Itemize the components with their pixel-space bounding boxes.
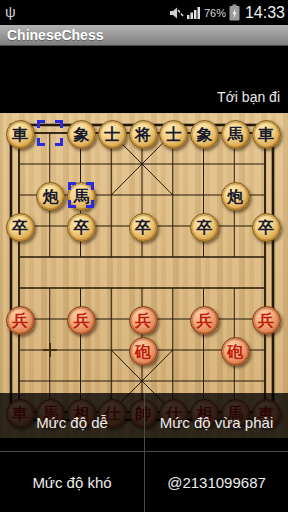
piece-black-卒[interactable]: 卒 (190, 213, 219, 242)
button-medium[interactable]: Mức độ vừa phải (144, 393, 288, 451)
point-marker-cross (42, 342, 58, 358)
piece-red-兵[interactable]: 兵 (252, 306, 281, 335)
usb-icon: ψ (5, 3, 16, 20)
piece-black-卒[interactable]: 卒 (252, 213, 281, 242)
mute-icon (169, 6, 184, 20)
clock: 14:33 (245, 4, 285, 22)
piece-black-炮[interactable]: 炮 (36, 182, 65, 211)
piece-black-士[interactable]: 士 (98, 120, 127, 149)
piece-black-士[interactable]: 士 (159, 120, 188, 149)
signal-icon (187, 6, 201, 19)
turn-indicator: Tới bạn đi (217, 89, 280, 105)
app-title: ChineseChess (0, 27, 103, 43)
battery-percent: 76% (204, 7, 226, 19)
piece-black-車[interactable]: 車 (6, 120, 35, 149)
piece-black-卒[interactable]: 卒 (6, 213, 35, 242)
last-move-marker (37, 120, 63, 146)
piece-red-砲[interactable]: 砲 (221, 337, 250, 366)
title-bar: ChineseChess (0, 25, 288, 46)
piece-red-兵[interactable]: 兵 (129, 306, 158, 335)
piece-black-卒[interactable]: 卒 (129, 213, 158, 242)
piece-black-炮[interactable]: 炮 (221, 182, 250, 211)
button-hard[interactable]: Mức độ khó (0, 451, 144, 512)
piece-black-車[interactable]: 車 (252, 120, 281, 149)
last-move-marker (68, 182, 94, 208)
board-grid (0, 113, 288, 438)
button-resource-id[interactable]: @2131099687 (144, 451, 288, 512)
piece-black-馬[interactable]: 馬 (221, 120, 250, 149)
xiangqi-board[interactable]: 車象士将士象馬車炮馬炮卒卒卒卒卒兵兵兵兵兵砲砲車馬相仕帥仕相馬車 (0, 113, 288, 438)
piece-black-卒[interactable]: 卒 (67, 213, 96, 242)
piece-red-砲[interactable]: 砲 (129, 337, 158, 366)
piece-red-兵[interactable]: 兵 (67, 306, 96, 335)
piece-black-象[interactable]: 象 (67, 120, 96, 149)
piece-black-将[interactable]: 将 (129, 120, 158, 149)
battery-charging-icon (229, 4, 240, 21)
app-screen: ψ 76% 14:33 ChineseChess (0, 0, 288, 512)
difficulty-menu: Mức độ dễ Mức độ vừa phải Mức độ khó @21… (0, 393, 288, 512)
piece-red-兵[interactable]: 兵 (6, 306, 35, 335)
piece-black-象[interactable]: 象 (190, 120, 219, 149)
button-easy[interactable]: Mức độ dễ (0, 393, 144, 451)
status-bar: ψ 76% 14:33 (0, 0, 288, 25)
piece-red-兵[interactable]: 兵 (190, 306, 219, 335)
